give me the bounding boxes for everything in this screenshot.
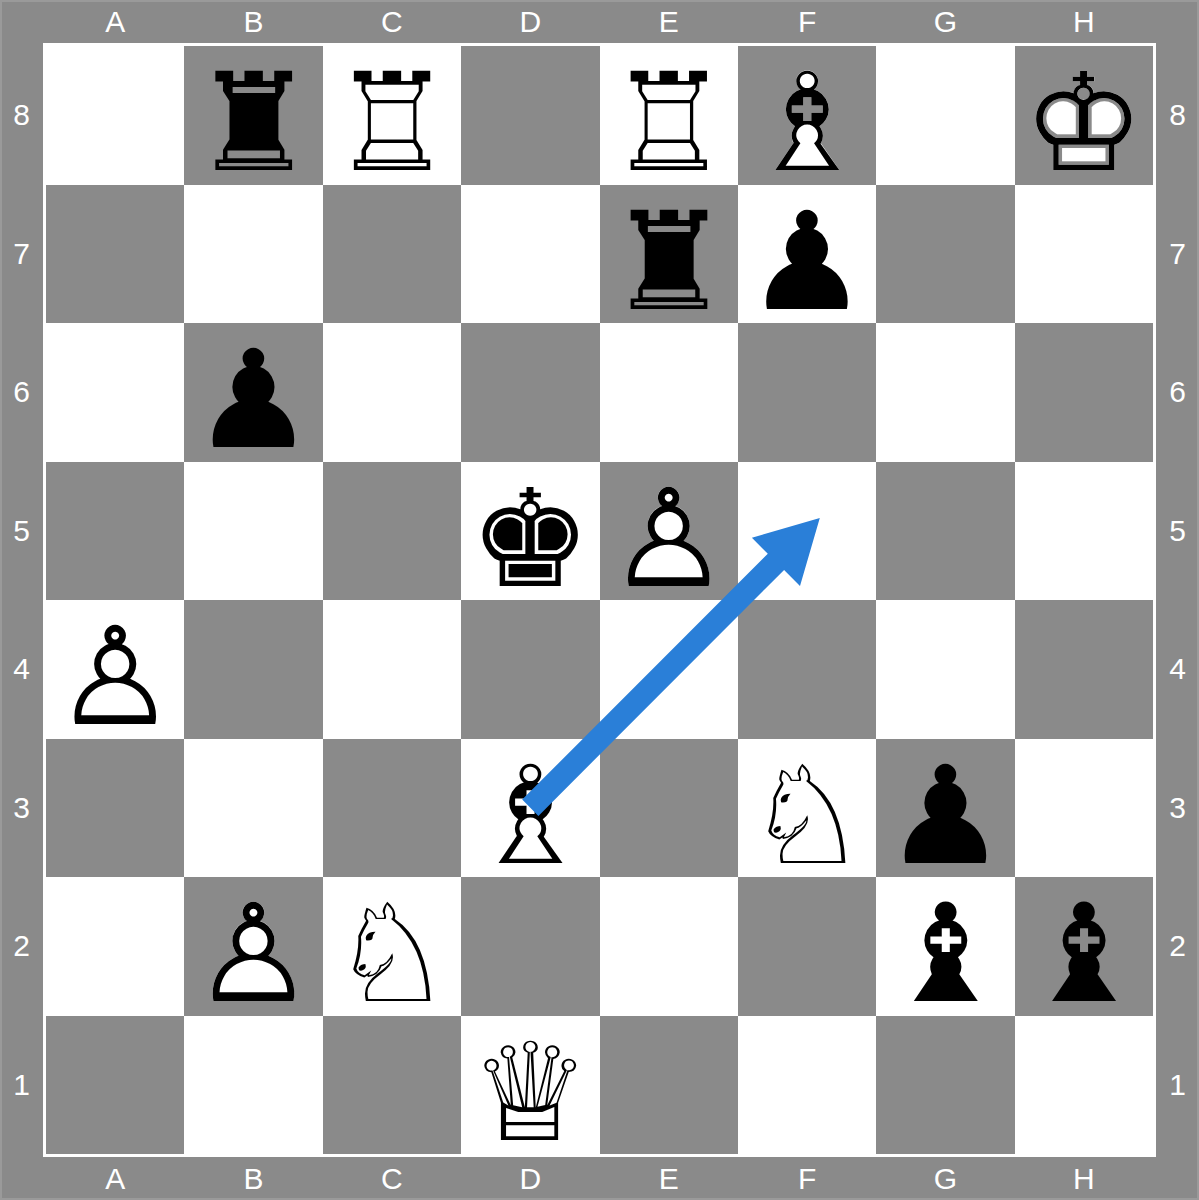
rank-label-left-2: 2 xyxy=(0,877,43,1016)
file-labels-bottom: ABCDEFGH xyxy=(46,1157,1153,1200)
square-e6[interactable] xyxy=(600,323,738,462)
square-g3[interactable]: ♟ xyxy=(876,739,1014,878)
square-e2[interactable] xyxy=(600,877,738,1016)
square-c8[interactable]: ♜♖ xyxy=(323,46,461,185)
chess-diagram: ABCDEFGH ABCDEFGH 87654321 87654321 ♜♜♖♜… xyxy=(0,0,1199,1200)
piece-fill-white-knight-f3: ♞ xyxy=(738,747,876,886)
rank-label-left-4: 4 xyxy=(0,600,43,739)
piece-fill-white-pawn-e5: ♟ xyxy=(600,470,738,609)
square-a8[interactable] xyxy=(46,46,184,185)
piece-fill-white-knight-c2: ♞ xyxy=(323,885,461,1024)
piece-black-rook-e7-icon: ♜ xyxy=(600,193,738,332)
piece-fill-white-rook-e8: ♜ xyxy=(600,54,738,193)
rank-label-left-5: 5 xyxy=(0,462,43,601)
piece-fill-white-pawn-b2: ♟ xyxy=(184,885,322,1024)
file-label-bottom-f: F xyxy=(738,1157,876,1200)
square-g8[interactable] xyxy=(876,46,1014,185)
square-g6[interactable] xyxy=(876,323,1014,462)
rank-label-right-8: 8 xyxy=(1156,46,1199,185)
square-a2[interactable] xyxy=(46,877,184,1016)
file-label-bottom-h: H xyxy=(1015,1157,1153,1200)
square-g5[interactable] xyxy=(876,462,1014,601)
square-a7[interactable] xyxy=(46,185,184,324)
square-e8[interactable]: ♜♖ xyxy=(600,46,738,185)
square-a3[interactable] xyxy=(46,739,184,878)
rank-label-right-1: 1 xyxy=(1156,1016,1199,1155)
square-h2[interactable]: ♝ xyxy=(1015,877,1153,1016)
piece-black-pawn-b6-icon: ♟ xyxy=(184,331,322,470)
piece-black-pawn-g3-icon: ♟ xyxy=(876,747,1014,886)
piece-fill-white-queen-d1: ♛ xyxy=(461,1024,599,1163)
square-a4[interactable]: ♟♙ xyxy=(46,600,184,739)
square-b3[interactable] xyxy=(184,739,322,878)
piece-white-bishop-d3-icon: ♗ xyxy=(461,747,599,886)
piece-white-king-h8-icon: ♔ xyxy=(1015,54,1153,193)
file-labels-top: ABCDEFGH xyxy=(46,0,1153,43)
square-f5[interactable] xyxy=(738,462,876,601)
piece-white-pawn-e5-icon: ♙ xyxy=(600,470,738,609)
square-e4[interactable] xyxy=(600,600,738,739)
piece-white-pawn-a4-icon: ♙ xyxy=(46,608,184,747)
square-f2[interactable] xyxy=(738,877,876,1016)
file-label-bottom-g: G xyxy=(876,1157,1014,1200)
square-e7[interactable]: ♜ xyxy=(600,185,738,324)
file-label-bottom-c: C xyxy=(323,1157,461,1200)
square-e1[interactable] xyxy=(600,1016,738,1155)
piece-fill-white-king-h8: ♚ xyxy=(1015,54,1153,193)
file-label-bottom-d: D xyxy=(461,1157,599,1200)
square-e3[interactable] xyxy=(600,739,738,878)
square-h7[interactable] xyxy=(1015,185,1153,324)
square-d6[interactable] xyxy=(461,323,599,462)
piece-white-pawn-b2-icon: ♙ xyxy=(184,885,322,1024)
square-h1[interactable] xyxy=(1015,1016,1153,1155)
square-c2[interactable]: ♞♘ xyxy=(323,877,461,1016)
piece-black-bishop-h2-icon: ♝ xyxy=(1015,885,1153,1024)
square-d3[interactable]: ♝♗ xyxy=(461,739,599,878)
rank-label-left-1: 1 xyxy=(0,1016,43,1155)
square-h6[interactable] xyxy=(1015,323,1153,462)
square-g7[interactable] xyxy=(876,185,1014,324)
square-a1[interactable] xyxy=(46,1016,184,1155)
square-d4[interactable] xyxy=(461,600,599,739)
rank-label-right-6: 6 xyxy=(1156,323,1199,462)
square-c6[interactable] xyxy=(323,323,461,462)
rank-label-right-3: 3 xyxy=(1156,739,1199,878)
square-d5[interactable]: ♚ xyxy=(461,462,599,601)
square-h4[interactable] xyxy=(1015,600,1153,739)
square-b5[interactable] xyxy=(184,462,322,601)
rank-label-left-6: 6 xyxy=(0,323,43,462)
square-h3[interactable] xyxy=(1015,739,1153,878)
file-label-top-d: D xyxy=(461,0,599,43)
piece-black-king-d5-icon: ♚ xyxy=(461,470,599,609)
square-h8[interactable]: ♚♔ xyxy=(1015,46,1153,185)
rank-label-left-8: 8 xyxy=(0,46,43,185)
square-f8[interactable]: ♝♗ xyxy=(738,46,876,185)
square-f6[interactable] xyxy=(738,323,876,462)
file-label-top-f: F xyxy=(738,0,876,43)
square-c4[interactable] xyxy=(323,600,461,739)
square-f1[interactable] xyxy=(738,1016,876,1155)
rank-labels-right: 87654321 xyxy=(1156,46,1199,1154)
file-label-top-a: A xyxy=(46,0,184,43)
piece-fill-white-rook-c8: ♜ xyxy=(323,54,461,193)
square-c7[interactable] xyxy=(323,185,461,324)
file-label-bottom-a: A xyxy=(46,1157,184,1200)
rank-label-left-7: 7 xyxy=(0,185,43,324)
file-label-bottom-b: B xyxy=(184,1157,322,1200)
square-g4[interactable] xyxy=(876,600,1014,739)
rank-label-right-4: 4 xyxy=(1156,600,1199,739)
file-label-top-b: B xyxy=(184,0,322,43)
piece-fill-white-pawn-a4: ♟ xyxy=(46,608,184,747)
square-c1[interactable] xyxy=(323,1016,461,1155)
rank-label-left-3: 3 xyxy=(0,739,43,878)
board-frame: ♜♜♖♜♖♝♗♚♔♜♟♟♚♟♙♟♙♝♗♞♘♟♟♙♞♘♝♝♛♕ xyxy=(43,43,1156,1157)
square-h5[interactable] xyxy=(1015,462,1153,601)
square-b8[interactable]: ♜ xyxy=(184,46,322,185)
square-g2[interactable]: ♝ xyxy=(876,877,1014,1016)
piece-black-pawn-f7-icon: ♟ xyxy=(738,193,876,332)
file-label-top-h: H xyxy=(1015,0,1153,43)
piece-white-knight-c2-icon: ♘ xyxy=(323,885,461,1024)
file-label-top-e: E xyxy=(600,0,738,43)
piece-white-knight-f3-icon: ♘ xyxy=(738,747,876,886)
square-c5[interactable] xyxy=(323,462,461,601)
piece-black-rook-b8-icon: ♜ xyxy=(184,54,322,193)
piece-white-bishop-f8-icon: ♗ xyxy=(738,54,876,193)
square-c3[interactable] xyxy=(323,739,461,878)
rank-label-right-2: 2 xyxy=(1156,877,1199,1016)
piece-white-queen-d1-icon: ♕ xyxy=(461,1024,599,1163)
square-a6[interactable] xyxy=(46,323,184,462)
piece-white-rook-c8-icon: ♖ xyxy=(323,54,461,193)
rank-labels-left: 87654321 xyxy=(0,46,43,1154)
square-b4[interactable] xyxy=(184,600,322,739)
piece-white-rook-e8-icon: ♖ xyxy=(600,54,738,193)
square-d2[interactable] xyxy=(461,877,599,1016)
square-g1[interactable] xyxy=(876,1016,1014,1155)
file-label-top-g: G xyxy=(876,0,1014,43)
rank-label-right-5: 5 xyxy=(1156,462,1199,601)
square-b1[interactable] xyxy=(184,1016,322,1155)
file-label-bottom-e: E xyxy=(600,1157,738,1200)
square-b7[interactable] xyxy=(184,185,322,324)
piece-fill-white-bishop-f8: ♝ xyxy=(738,54,876,193)
square-e5[interactable]: ♟♙ xyxy=(600,462,738,601)
square-d1[interactable]: ♛♕ xyxy=(461,1016,599,1155)
square-f3[interactable]: ♞♘ xyxy=(738,739,876,878)
piece-fill-white-bishop-d3: ♝ xyxy=(461,747,599,886)
square-a5[interactable] xyxy=(46,462,184,601)
file-label-top-c: C xyxy=(323,0,461,43)
piece-black-bishop-g2-icon: ♝ xyxy=(876,885,1014,1024)
square-b6[interactable]: ♟ xyxy=(184,323,322,462)
chess-board: ♜♜♖♜♖♝♗♚♔♜♟♟♚♟♙♟♙♝♗♞♘♟♟♙♞♘♝♝♛♕ xyxy=(46,46,1153,1154)
square-f7[interactable]: ♟ xyxy=(738,185,876,324)
square-d8[interactable] xyxy=(461,46,599,185)
square-b2[interactable]: ♟♙ xyxy=(184,877,322,1016)
square-f4[interactable] xyxy=(738,600,876,739)
rank-label-right-7: 7 xyxy=(1156,185,1199,324)
square-d7[interactable] xyxy=(461,185,599,324)
